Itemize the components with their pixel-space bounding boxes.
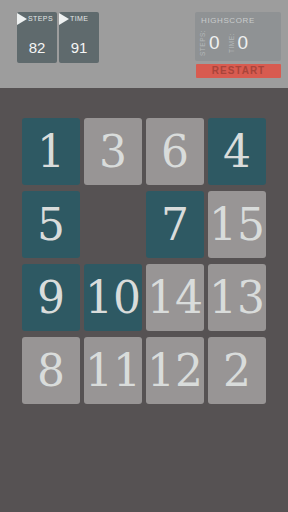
empty-cell — [84, 191, 142, 258]
tile-9[interactable]: 9 — [22, 264, 80, 331]
tile-6[interactable]: 6 — [146, 118, 204, 185]
hud-topbar: STEPS 82 TIME 91 HIGHSCORE STEPS: 0 TIME… — [0, 0, 288, 88]
restart-button[interactable]: RESTART — [196, 64, 281, 78]
time-label: TIME — [70, 15, 88, 22]
time-value: 91 — [59, 39, 99, 56]
tile-2[interactable]: 2 — [208, 337, 266, 404]
play-triangle-icon — [17, 13, 27, 25]
tile-4[interactable]: 4 — [208, 118, 266, 185]
tile-5[interactable]: 5 — [22, 191, 80, 258]
highscore-panel: HIGHSCORE STEPS: 0 TIME: 0 — [195, 12, 281, 61]
tile-1[interactable]: 1 — [22, 118, 80, 185]
tile-14[interactable]: 14 — [146, 264, 204, 331]
steps-counter: STEPS 82 — [17, 12, 57, 63]
tile-grid: 136457159101413811122 — [22, 118, 266, 404]
tile-11[interactable]: 11 — [84, 337, 142, 404]
highscore-values: STEPS: 0 TIME: 0 — [199, 28, 281, 58]
highscore-title: HIGHSCORE — [201, 16, 281, 25]
tile-15[interactable]: 15 — [208, 191, 266, 258]
steps-value: 82 — [17, 39, 57, 56]
puzzle-board: 136457159101413811122 — [0, 88, 288, 512]
steps-label: STEPS — [28, 15, 53, 22]
highscore-steps-label: STEPS: — [199, 29, 206, 57]
highscore-time-value: 0 — [238, 32, 249, 54]
play-triangle-icon — [59, 13, 69, 25]
app-screen: STEPS 82 TIME 91 HIGHSCORE STEPS: 0 TIME… — [0, 0, 288, 512]
tile-7[interactable]: 7 — [146, 191, 204, 258]
time-counter: TIME 91 — [59, 12, 99, 63]
tile-13[interactable]: 13 — [208, 264, 266, 331]
tile-12[interactable]: 12 — [146, 337, 204, 404]
highscore-steps-value: 0 — [209, 32, 220, 54]
tile-10[interactable]: 10 — [84, 264, 142, 331]
tile-8[interactable]: 8 — [22, 337, 80, 404]
tile-3[interactable]: 3 — [84, 118, 142, 185]
highscore-time-label: TIME: — [228, 29, 235, 57]
